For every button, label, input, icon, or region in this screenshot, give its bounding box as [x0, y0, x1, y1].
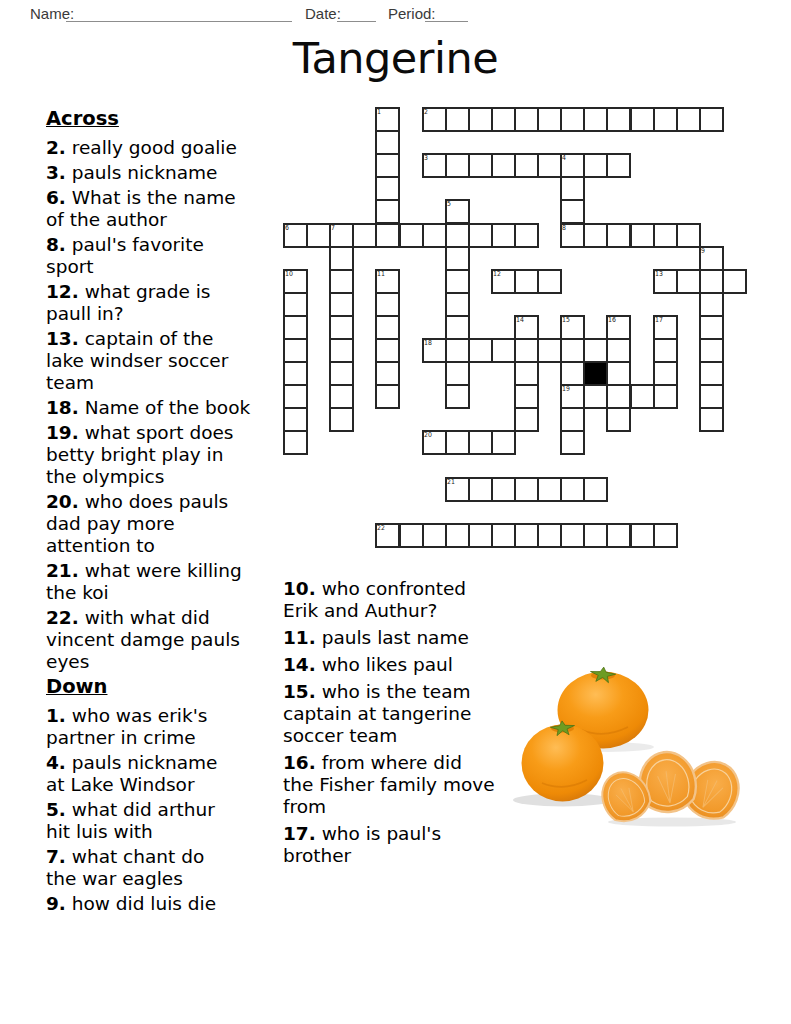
grid-cell-r13c12[interactable] — [560, 407, 585, 432]
clue-text: pauls last name — [316, 627, 469, 648]
grid-cell-r8c4[interactable] — [375, 292, 400, 317]
grid-cell-r13c14[interactable] — [606, 407, 631, 432]
clue-across-12: 12. what grade is paull in? — [46, 281, 284, 325]
cell-number-9: 9 — [701, 248, 705, 254]
grid-cell-r5c6[interactable] — [422, 223, 447, 248]
clue-number: 14. — [283, 654, 316, 675]
cell-number-19: 19 — [562, 386, 570, 392]
grid-cell-r14c7[interactable] — [445, 430, 470, 455]
clue-down-11: 11. pauls last name — [283, 627, 525, 649]
grid-cell-r12c7[interactable] — [445, 384, 470, 409]
date-label: Date: — [305, 5, 341, 22]
grid-cell-r10c8[interactable] — [468, 338, 493, 363]
grid-cell-r6c7[interactable] — [445, 246, 470, 271]
grid-cell-r12c4[interactable] — [375, 384, 400, 409]
cell-number-16: 16 — [608, 317, 616, 323]
tangerine-slices — [593, 749, 748, 828]
clue-number: 16. — [283, 752, 316, 773]
grid-cell-r7c10[interactable] — [514, 269, 539, 294]
clue-column-right: 10. who confronted Erik and Authur?11. p… — [283, 578, 525, 872]
cell-number-18: 18 — [424, 340, 432, 346]
grid-cell-r4c12[interactable] — [560, 199, 585, 224]
grid-cell-r5c8[interactable] — [468, 223, 493, 248]
grid-cell-r13c18[interactable] — [699, 407, 724, 432]
grid-cell-r0c8[interactable] — [468, 107, 493, 132]
cell-number-6: 6 — [285, 225, 289, 231]
puzzle-title: Tangerine — [0, 33, 791, 83]
clue-across-13: 13. captain of the lake windser soccer t… — [46, 328, 284, 394]
clue-text: what did arthur hit luis with — [46, 799, 215, 842]
cell-number-15: 15 — [562, 317, 570, 323]
cell-number-11: 11 — [377, 271, 385, 277]
grid-cell-r2c8[interactable] — [468, 153, 493, 178]
clue-text: What is the name of the author — [46, 187, 236, 230]
grid-cell-r11c4[interactable] — [375, 361, 400, 386]
grid-cell-r2c13[interactable] — [583, 153, 608, 178]
grid-cell-r5c14[interactable] — [606, 223, 631, 248]
clue-number: 10. — [283, 578, 316, 599]
grid-cell-r18c14[interactable] — [606, 523, 631, 548]
grid-cell-r11c16[interactable] — [653, 361, 678, 386]
grid-cell-r16c9[interactable] — [491, 477, 516, 502]
grid-cell-r5c4[interactable] — [375, 223, 400, 248]
grid-cell-r5c13[interactable] — [583, 223, 608, 248]
grid-cell-r2c11[interactable] — [537, 153, 562, 178]
clue-number: 1. — [46, 705, 66, 726]
grid-cell-r11c0[interactable] — [283, 361, 308, 386]
cell-number-13: 13 — [655, 271, 663, 277]
grid-cell-r4c4[interactable] — [375, 199, 400, 224]
cell-number-8: 8 — [562, 225, 566, 231]
grid-cell-r5c15[interactable] — [630, 223, 655, 248]
grid-cell-r12c2[interactable] — [329, 384, 354, 409]
grid-cell-r11c14[interactable] — [606, 361, 631, 386]
grid-cell-r0c13[interactable] — [583, 107, 608, 132]
grid-cell-r10c18[interactable] — [699, 338, 724, 363]
clue-across-20: 20. who does pauls dad pay more attentio… — [46, 491, 284, 557]
grid-cell-r7c7[interactable] — [445, 269, 470, 294]
grid-cell-r0c14[interactable] — [606, 107, 631, 132]
grid-cell-r12c16[interactable] — [653, 384, 678, 409]
clue-across-18: 18. Name of the book — [46, 397, 284, 419]
clue-number: 4. — [46, 752, 66, 773]
clue-number: 22. — [46, 607, 79, 628]
grid-cell-r18c11[interactable] — [537, 523, 562, 548]
grid-cell-r5c17[interactable] — [676, 223, 701, 248]
cell-number-1: 1 — [377, 109, 381, 115]
grid-cell-r9c4[interactable] — [375, 315, 400, 340]
grid-cell-r11c2[interactable] — [329, 361, 354, 386]
grid-cell-r12c10[interactable] — [514, 384, 539, 409]
grid-cell-r2c10[interactable] — [514, 153, 539, 178]
grid-cell-r10c2[interactable] — [329, 338, 354, 363]
clue-number: 13. — [46, 328, 79, 349]
grid-cell-r13c10[interactable] — [514, 407, 539, 432]
clue-across-19: 19. what sport does betty bright play in… — [46, 422, 284, 488]
down-clue-list-left: 1. who was erik's partner in crime4. pau… — [46, 705, 284, 915]
clue-number: 15. — [283, 681, 316, 702]
grid-cell-r12c14[interactable] — [606, 384, 631, 409]
grid-cell-r5c7[interactable] — [445, 223, 470, 248]
clue-number: 8. — [46, 234, 66, 255]
cell-number-22: 22 — [377, 525, 385, 531]
grid-cell-r16c12[interactable] — [560, 477, 585, 502]
clue-down-10: 10. who confronted Erik and Authur? — [283, 578, 525, 622]
grid-cell-r10c0[interactable] — [283, 338, 308, 363]
grid-cell-r10c4[interactable] — [375, 338, 400, 363]
grid-cell-r10c13[interactable] — [583, 338, 608, 363]
clue-across-8: 8. paul's favorite sport — [46, 234, 284, 278]
across-heading: Across — [46, 108, 284, 130]
grid-cell-r2c14[interactable] — [606, 153, 631, 178]
grid-cell-r12c13[interactable] — [583, 384, 608, 409]
period-field[interactable] — [425, 5, 468, 22]
grid-cell-r18c15[interactable] — [630, 523, 655, 548]
grid-cell-r9c7[interactable] — [445, 315, 470, 340]
cell-number-3: 3 — [424, 155, 428, 161]
grid-cell-r12c0[interactable] — [283, 384, 308, 409]
grid-cell-r14c12[interactable] — [560, 430, 585, 455]
grid-cell-r10c16[interactable] — [653, 338, 678, 363]
grid-cell-r1c4[interactable] — [375, 130, 400, 155]
cell-number-5: 5 — [447, 201, 451, 207]
down-clue-list-right: 10. who confronted Erik and Authur?11. p… — [283, 578, 525, 867]
clue-number: 5. — [46, 799, 66, 820]
clue-down-7: 7. what chant do the war eagles — [46, 846, 284, 890]
clue-text: pauls nickname — [66, 162, 218, 183]
cell-number-20: 20 — [424, 432, 432, 438]
grid-cell-r16c13[interactable] — [583, 477, 608, 502]
grid-cell-r0c18[interactable] — [699, 107, 724, 132]
clue-number: 3. — [46, 162, 66, 183]
cell-number-2: 2 — [424, 109, 428, 115]
grid-cell-r7c2[interactable] — [329, 269, 354, 294]
clue-text: really good goalie — [66, 137, 237, 158]
grid-cell-r11c10[interactable] — [514, 361, 539, 386]
grid-cell-r0c12[interactable] — [560, 107, 585, 132]
grid-cell-r18c16[interactable] — [653, 523, 678, 548]
grid-cell-r0c11[interactable] — [537, 107, 562, 132]
grid-cell-r8c7[interactable] — [445, 292, 470, 317]
grid-cell-r0c16[interactable] — [653, 107, 678, 132]
clue-text: paul's favorite sport — [46, 234, 204, 277]
grid-cell-r8c2[interactable] — [329, 292, 354, 317]
grid-cell-r7c17[interactable] — [676, 269, 701, 294]
clue-across-21: 21. what were killing the koi — [46, 560, 284, 604]
grid-cell-r5c1[interactable] — [306, 223, 331, 248]
grid-cell-r14c8[interactable] — [468, 430, 493, 455]
clue-number: 2. — [46, 137, 66, 158]
grid-cell-r16c11[interactable] — [537, 477, 562, 502]
name-field[interactable] — [66, 5, 292, 22]
clue-down-9: 9. how did luis die — [46, 893, 284, 915]
grid-cell-r13c2[interactable] — [329, 407, 354, 432]
clue-number: 18. — [46, 397, 79, 418]
grid-cell-r5c3[interactable] — [352, 223, 377, 248]
grid-cell-r7c11[interactable] — [537, 269, 562, 294]
cell-number-14: 14 — [516, 317, 524, 323]
grid-cell-r9c18[interactable] — [699, 315, 724, 340]
grid-cell-r0c7[interactable] — [445, 107, 470, 132]
grid-cell-r7c19[interactable] — [722, 269, 747, 294]
cell-number-4: 4 — [562, 155, 566, 161]
clue-down-1: 1. who was erik's partner in crime — [46, 705, 284, 749]
grid-cell-r8c18[interactable] — [699, 292, 724, 317]
clue-number: 21. — [46, 560, 79, 581]
clue-down-4: 4. pauls nickname at Lake Windsor — [46, 752, 284, 796]
grid-cell-r7c18[interactable] — [699, 269, 724, 294]
clue-number: 6. — [46, 187, 66, 208]
grid-cell-r5c10[interactable] — [514, 223, 539, 248]
grid-cell-r10c12[interactable] — [560, 338, 585, 363]
clue-down-17: 17. who is paul's brother — [283, 823, 525, 867]
grid-cell-r10c9[interactable] — [491, 338, 516, 363]
grid-cell-r18c12[interactable] — [560, 523, 585, 548]
cell-number-10: 10 — [285, 271, 293, 277]
grid-cell-r13c0[interactable] — [283, 407, 308, 432]
grid-cell-r5c5[interactable] — [399, 223, 424, 248]
grid-cell-r0c15[interactable] — [630, 107, 655, 132]
clue-number: 11. — [283, 627, 316, 648]
grid-cell-r3c4[interactable] — [375, 176, 400, 201]
clue-text: Name of the book — [79, 397, 250, 418]
cell-number-21: 21 — [447, 479, 455, 485]
down-heading: Down — [46, 676, 284, 698]
cell-number-7: 7 — [331, 225, 335, 231]
grid-cell-r8c0[interactable] — [283, 292, 308, 317]
grid-cell-r18c9[interactable] — [491, 523, 516, 548]
grid-cell-r14c0[interactable] — [283, 430, 308, 455]
clue-number: 19. — [46, 422, 79, 443]
grid-cell-r14c9[interactable] — [491, 430, 516, 455]
clue-down-16: 16. from where did the Fisher family mov… — [283, 752, 525, 818]
grid-cell-r10c14[interactable] — [606, 338, 631, 363]
grid-cell-r16c10[interactable] — [514, 477, 539, 502]
grid-cell-r9c0[interactable] — [283, 315, 308, 340]
grid-cell-r18c8[interactable] — [468, 523, 493, 548]
grid-cell-r10c7[interactable] — [445, 338, 470, 363]
clue-down-15: 15. who is the team captain at tangerine… — [283, 681, 525, 747]
clue-number: 17. — [283, 823, 316, 844]
clue-column-left: Across 2. really good goalie3. pauls nic… — [46, 108, 284, 918]
clue-down-5: 5. what did arthur hit luis with — [46, 799, 284, 843]
across-clue-list: 2. really good goalie3. pauls nickname6.… — [46, 137, 284, 673]
clue-across-22: 22. with what did vincent damge pauls ey… — [46, 607, 284, 673]
grid-cell-r2c7[interactable] — [445, 153, 470, 178]
grid-cell-r11c12[interactable] — [560, 361, 585, 386]
clue-across-3: 3. pauls nickname — [46, 162, 284, 184]
clue-across-6: 6. What is the name of the author — [46, 187, 284, 231]
grid-cell-r12c18[interactable] — [699, 384, 724, 409]
grid-cell-r5c16[interactable] — [653, 223, 678, 248]
grid-cell-r16c8[interactable] — [468, 477, 493, 502]
clue-text: pauls nickname at Lake Windsor — [46, 752, 217, 795]
clue-down-14: 14. who likes paul — [283, 654, 525, 676]
date-field[interactable] — [337, 5, 376, 22]
grid-cell-r12c15[interactable] — [630, 384, 655, 409]
clue-text: who was erik's partner in crime — [46, 705, 207, 748]
grid-cell-r18c10[interactable] — [514, 523, 539, 548]
clue-text: who likes paul — [316, 654, 453, 675]
grid-cell-r18c5[interactable] — [399, 523, 424, 548]
grid-cell-r5c9[interactable] — [491, 223, 516, 248]
grid-cell-r11c7[interactable] — [445, 361, 470, 386]
grid-cell-r3c12[interactable] — [560, 176, 585, 201]
cell-number-12: 12 — [493, 271, 501, 277]
grid-cell-r10c10[interactable] — [514, 338, 539, 363]
clue-number: 20. — [46, 491, 79, 512]
grid-cell-r2c4[interactable] — [375, 153, 400, 178]
grid-cell-r18c13[interactable] — [583, 523, 608, 548]
clue-number: 12. — [46, 281, 79, 302]
grid-cell-r18c6[interactable] — [422, 523, 447, 548]
grid-cell-r10c11[interactable] — [537, 338, 562, 363]
grid-cell-r11c18[interactable] — [699, 361, 724, 386]
clue-text: how did luis die — [66, 893, 216, 914]
grid-cell-r18c7[interactable] — [445, 523, 470, 548]
clue-text: what chant do the war eagles — [46, 846, 204, 889]
grid-cell-r9c2[interactable] — [329, 315, 354, 340]
grid-cell-r0c17[interactable] — [676, 107, 701, 132]
grid-cell-r6c2[interactable] — [329, 246, 354, 271]
tangerine-clipart — [500, 653, 748, 828]
clue-across-2: 2. really good goalie — [46, 137, 284, 159]
grid-cell-r0c9[interactable] — [491, 107, 516, 132]
clue-number: 7. — [46, 846, 66, 867]
crossword-grid: 12345678910111213141516171819202122 — [283, 107, 749, 550]
grid-cell-r0c10[interactable] — [514, 107, 539, 132]
grid-cell-r2c9[interactable] — [491, 153, 516, 178]
black-cell — [583, 361, 608, 386]
cell-number-17: 17 — [655, 317, 663, 323]
clue-number: 9. — [46, 893, 66, 914]
